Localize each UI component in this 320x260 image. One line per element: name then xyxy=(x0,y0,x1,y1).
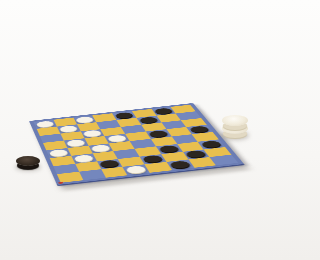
captured-white-piece-top[interactable] xyxy=(222,115,248,126)
checkers-photo-scene: ●●●●●●●●●●●●●●●●●●●●● xyxy=(0,0,260,260)
brand-logo-mark xyxy=(58,182,63,184)
captured-black-piece-tray xyxy=(15,155,41,173)
captured-black-piece[interactable] xyxy=(16,156,40,166)
dark-square-r7c7[interactable] xyxy=(210,155,238,166)
captured-white-piece-tray xyxy=(220,112,250,140)
